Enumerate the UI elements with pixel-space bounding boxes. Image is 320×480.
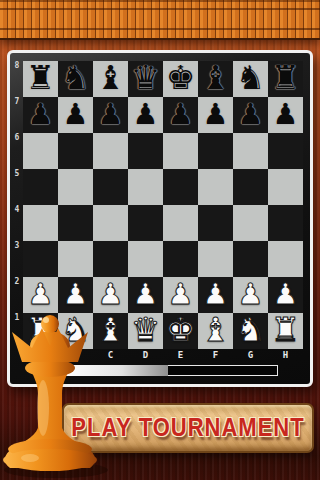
square-f8[interactable]: ♝ [198, 61, 233, 97]
square-b6[interactable] [58, 133, 93, 169]
square-h1[interactable]: ♜ [268, 313, 303, 349]
square-c3[interactable] [93, 241, 128, 277]
square-c5[interactable] [93, 169, 128, 205]
square-h2[interactable]: ♟ [268, 277, 303, 313]
square-e8[interactable]: ♚ [163, 61, 198, 97]
advantage-bar-black-segment [168, 365, 278, 376]
square-h6[interactable] [268, 133, 303, 169]
square-d2[interactable]: ♟ [128, 277, 163, 313]
square-g5[interactable] [233, 169, 268, 205]
file-label-d: D [128, 349, 163, 362]
square-h5[interactable] [268, 169, 303, 205]
black-pawn-d7: ♟ [133, 97, 159, 132]
square-f6[interactable] [198, 133, 233, 169]
wood-valance-decoration [0, 0, 320, 40]
app-screen: 87654321 ♜♞♝♛♚♝♞♜♟♟♟♟♟♟♟♟♟♟♟♟♟♟♟♟♜♞♝♛♚♝♞… [0, 0, 320, 480]
black-pawn-h7: ♟ [273, 97, 299, 132]
white-pawn-g2: ♟ [238, 277, 264, 312]
white-pawn-h2: ♟ [273, 277, 299, 312]
square-f4[interactable] [198, 205, 233, 241]
orange-queen-decoration [0, 308, 112, 480]
white-pawn-c2: ♟ [98, 277, 124, 312]
square-d5[interactable] [128, 169, 163, 205]
black-pawn-c7: ♟ [98, 97, 124, 132]
square-e5[interactable] [163, 169, 198, 205]
square-b5[interactable] [58, 169, 93, 205]
white-pawn-f2: ♟ [203, 277, 229, 312]
square-c7[interactable]: ♟ [93, 97, 128, 133]
rank-label-3: 3 [11, 241, 23, 277]
square-a6[interactable] [23, 133, 58, 169]
white-pawn-b2: ♟ [63, 277, 89, 312]
square-g7[interactable]: ♟ [233, 97, 268, 133]
rank-labels: 87654321 [11, 61, 23, 349]
rank-label-8: 8 [11, 61, 23, 97]
rank-label-5: 5 [11, 169, 23, 205]
black-pawn-b7: ♟ [63, 97, 89, 132]
square-g8[interactable]: ♞ [233, 61, 268, 97]
square-g4[interactable] [233, 205, 268, 241]
square-e4[interactable] [163, 205, 198, 241]
square-c8[interactable]: ♝ [93, 61, 128, 97]
square-d1[interactable]: ♛ [128, 313, 163, 349]
square-f7[interactable]: ♟ [198, 97, 233, 133]
square-d3[interactable] [128, 241, 163, 277]
white-rook-h1: ♜ [271, 313, 301, 348]
square-b7[interactable]: ♟ [58, 97, 93, 133]
square-d6[interactable] [128, 133, 163, 169]
black-pawn-f7: ♟ [203, 97, 229, 132]
black-pawn-e7: ♟ [168, 97, 194, 132]
black-pawn-g7: ♟ [238, 97, 264, 132]
black-rook-a8: ♜ [26, 61, 56, 96]
white-queen-d1: ♛ [131, 313, 161, 348]
square-h4[interactable] [268, 205, 303, 241]
file-label-g: G [233, 349, 268, 362]
white-king-e1: ♚ [166, 313, 196, 348]
rank-label-6: 6 [11, 133, 23, 169]
white-pawn-d2: ♟ [133, 277, 159, 312]
square-g1[interactable]: ♞ [233, 313, 268, 349]
square-e3[interactable] [163, 241, 198, 277]
square-e7[interactable]: ♟ [163, 97, 198, 133]
square-a5[interactable] [23, 169, 58, 205]
square-e2[interactable]: ♟ [163, 277, 198, 313]
black-rook-h8: ♜ [271, 61, 301, 96]
white-pawn-a2: ♟ [28, 277, 54, 312]
square-b8[interactable]: ♞ [58, 61, 93, 97]
black-pawn-a7: ♟ [28, 97, 54, 132]
square-a7[interactable]: ♟ [23, 97, 58, 133]
square-f5[interactable] [198, 169, 233, 205]
square-a3[interactable] [23, 241, 58, 277]
black-bishop-f8: ♝ [201, 61, 231, 96]
file-label-h: H [268, 349, 303, 362]
black-queen-d8: ♛ [131, 61, 161, 96]
square-f3[interactable] [198, 241, 233, 277]
square-e1[interactable]: ♚ [163, 313, 198, 349]
square-a4[interactable] [23, 205, 58, 241]
square-b3[interactable] [58, 241, 93, 277]
square-c6[interactable] [93, 133, 128, 169]
rank-label-7: 7 [11, 97, 23, 133]
board-grid[interactable]: ♜♞♝♛♚♝♞♜♟♟♟♟♟♟♟♟♟♟♟♟♟♟♟♟♜♞♝♛♚♝♞♜ [23, 61, 303, 349]
file-label-e: E [163, 349, 198, 362]
square-h7[interactable]: ♟ [268, 97, 303, 133]
square-c4[interactable] [93, 205, 128, 241]
square-d4[interactable] [128, 205, 163, 241]
rank-label-4: 4 [11, 205, 23, 241]
white-bishop-f1: ♝ [201, 313, 231, 348]
square-g2[interactable]: ♟ [233, 277, 268, 313]
square-h8[interactable]: ♜ [268, 61, 303, 97]
square-e6[interactable] [163, 133, 198, 169]
square-f2[interactable]: ♟ [198, 277, 233, 313]
black-bishop-c8: ♝ [96, 61, 126, 96]
black-knight-b8: ♞ [61, 61, 91, 96]
square-g3[interactable] [233, 241, 268, 277]
white-pawn-e2: ♟ [168, 277, 194, 312]
square-f1[interactable]: ♝ [198, 313, 233, 349]
square-g6[interactable] [233, 133, 268, 169]
square-d8[interactable]: ♛ [128, 61, 163, 97]
square-h3[interactable] [268, 241, 303, 277]
square-d7[interactable]: ♟ [128, 97, 163, 133]
square-b4[interactable] [58, 205, 93, 241]
black-king-e8: ♚ [166, 61, 196, 96]
square-a8[interactable]: ♜ [23, 61, 58, 97]
file-label-f: F [198, 349, 233, 362]
white-knight-g1: ♞ [236, 313, 266, 348]
black-knight-g8: ♞ [236, 61, 266, 96]
